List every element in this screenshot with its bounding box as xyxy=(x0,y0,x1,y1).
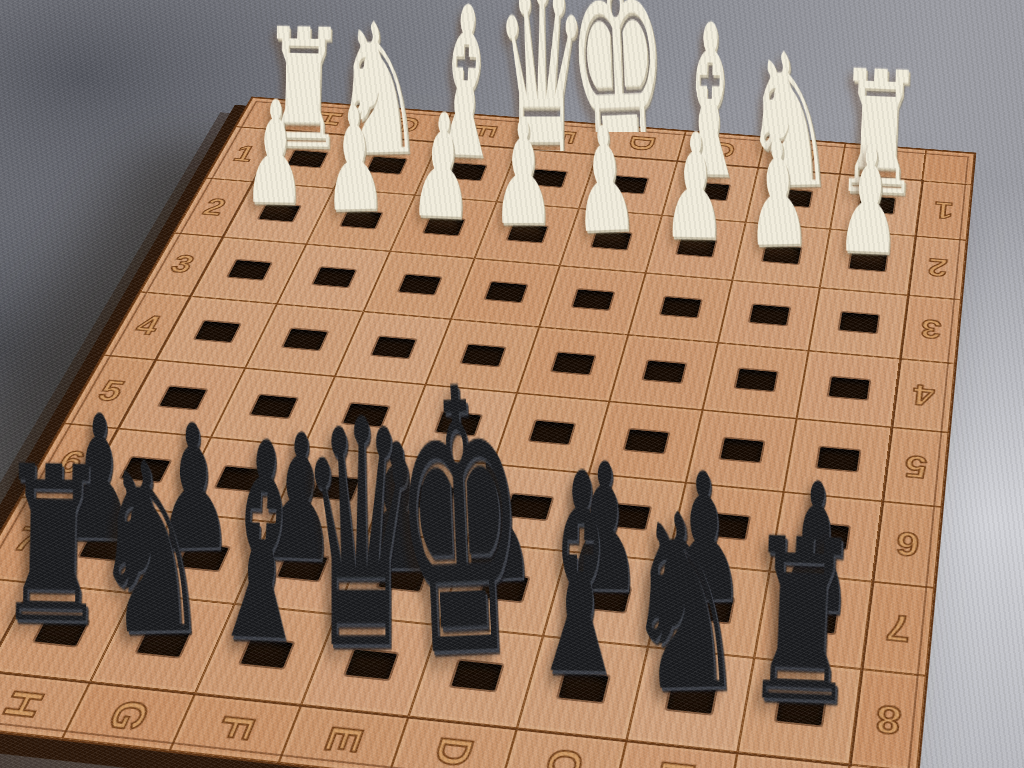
square-h4 xyxy=(156,296,277,368)
coordinate-label: 2 xyxy=(199,195,230,219)
square-d2: ♟ xyxy=(560,209,662,273)
black-bishop-c8: ♝ xyxy=(525,436,635,714)
coordinate-label: F xyxy=(209,713,262,742)
coordinate-label: 6 xyxy=(894,526,920,561)
piece-slot xyxy=(313,267,355,287)
coordinate-label: G xyxy=(101,698,158,733)
piece-slot xyxy=(283,329,327,350)
chess-board: HGFEDCBA1♜♞♝♛♚♝♞♜12♟♟♟♟♟♟♟♟2334455667♟♟♟… xyxy=(0,96,976,768)
square-b3 xyxy=(718,280,820,350)
white-pawn-a2: ♟ xyxy=(834,127,904,276)
white-pawn-d2: ♟ xyxy=(570,107,639,254)
black-rook-a8: ♜ xyxy=(739,508,864,736)
square-a4 xyxy=(797,351,901,428)
rank-label-right-5: 5 xyxy=(882,427,948,507)
piece-slot xyxy=(840,312,879,333)
piece-slot xyxy=(644,361,686,383)
square-a2: ♟ xyxy=(820,229,916,295)
piece-slot xyxy=(552,353,594,375)
white-pawn-g2: ♟ xyxy=(322,88,387,232)
square-d3 xyxy=(539,266,646,335)
square-b8: ♞ xyxy=(627,647,755,752)
photo-scene: HGFEDCBA1♜♞♝♛♚♝♞♜12♟♟♟♟♟♟♟♟2334455667♟♟♟… xyxy=(0,0,1024,768)
coordinate-label: 3 xyxy=(919,315,942,343)
white-pawn-e2: ♟ xyxy=(492,101,555,245)
perspective-container: HGFEDCBA1♜♞♝♛♚♝♞♜12♟♟♟♟♟♟♟♟2334455667♟♟♟… xyxy=(0,0,1024,768)
piece-slot xyxy=(195,321,240,342)
coordinate-label: E xyxy=(317,724,370,755)
piece-slot xyxy=(486,282,527,302)
coordinate-label: B xyxy=(650,759,701,768)
square-c2: ♟ xyxy=(646,215,746,280)
rank-label-right-6: 6 xyxy=(872,501,941,587)
coordinate-label: D xyxy=(427,735,480,768)
square-c3 xyxy=(628,273,732,343)
coordinate-label: 2 xyxy=(927,255,949,281)
rank-label-right-4: 4 xyxy=(892,359,955,433)
piece-slot xyxy=(829,377,870,399)
black-knight-b8: ♞ xyxy=(621,480,747,725)
white-pawn-c2: ♟ xyxy=(662,114,729,260)
white-pawn-h2: ♟ xyxy=(242,82,307,225)
coordinate-label: 5 xyxy=(903,450,928,482)
coordinate-label: 1 xyxy=(933,198,954,222)
square-b4 xyxy=(703,343,809,419)
coordinate-label: 3 xyxy=(166,251,198,276)
piece-slot xyxy=(661,297,701,317)
file-label-near-e: E xyxy=(279,705,409,768)
square-a8: ♜ xyxy=(737,658,861,765)
rank-label-right-3: 3 xyxy=(900,295,961,363)
coordinate-label: 7 xyxy=(885,609,913,647)
square-c4 xyxy=(609,335,718,410)
piece-slot xyxy=(750,305,790,325)
rank-label-right-7: 7 xyxy=(861,582,934,676)
piece-slot xyxy=(736,369,777,391)
rank-label-right-1: 1 xyxy=(915,181,971,240)
rank-label-right-2: 2 xyxy=(908,236,966,300)
coordinate-label: 4 xyxy=(912,380,936,410)
piece-slot xyxy=(228,260,271,279)
black-king-d8: ♚ xyxy=(388,340,532,709)
black-knight-g8: ♞ xyxy=(89,429,212,667)
square-b2: ♟ xyxy=(732,222,830,288)
rank-label-right-8: 8 xyxy=(850,669,926,768)
coordinate-label: C xyxy=(538,747,590,768)
square-a3 xyxy=(809,288,908,359)
coordinate-label: 8 xyxy=(874,699,903,740)
white-pawn-f2: ♟ xyxy=(408,94,477,240)
board-corner xyxy=(922,150,974,185)
piece-slot xyxy=(573,290,614,310)
coordinate-label: 4 xyxy=(131,312,165,339)
coordinate-label: H xyxy=(0,688,52,720)
piece-slot xyxy=(399,275,441,295)
white-pawn-b2: ♟ xyxy=(745,120,812,267)
